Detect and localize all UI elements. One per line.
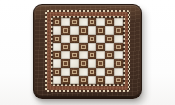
- square-a1[interactable]: [53, 76, 62, 84]
- square-g5[interactable]: [105, 43, 114, 51]
- square-b7[interactable]: [61, 26, 70, 34]
- square-a4[interactable]: [53, 51, 62, 59]
- square-a8[interactable]: [53, 18, 62, 26]
- square-h1[interactable]: [114, 76, 123, 84]
- square-d8[interactable]: [79, 18, 88, 26]
- square-e6[interactable]: [88, 35, 97, 43]
- square-f6[interactable]: [96, 35, 105, 43]
- mosaic-border-inner: [51, 16, 125, 86]
- square-d2[interactable]: [79, 68, 88, 76]
- square-b4[interactable]: [61, 51, 70, 59]
- square-b2[interactable]: [61, 68, 70, 76]
- square-f7[interactable]: [96, 26, 105, 34]
- square-f3[interactable]: [96, 59, 105, 67]
- square-e3[interactable]: [88, 59, 97, 67]
- square-e8[interactable]: [88, 18, 97, 26]
- square-a3[interactable]: [53, 59, 62, 67]
- square-c5[interactable]: [70, 43, 79, 51]
- square-h3[interactable]: [114, 59, 123, 67]
- chess-board-grid: [53, 18, 123, 84]
- square-c2[interactable]: [70, 68, 79, 76]
- chess-board: [33, 4, 142, 99]
- square-h6[interactable]: [114, 35, 123, 43]
- square-g1[interactable]: [105, 76, 114, 84]
- square-b8[interactable]: [61, 18, 70, 26]
- square-h2[interactable]: [114, 68, 123, 76]
- square-h8[interactable]: [114, 18, 123, 26]
- square-e2[interactable]: [88, 68, 97, 76]
- square-f5[interactable]: [96, 43, 105, 51]
- square-c7[interactable]: [70, 26, 79, 34]
- square-c4[interactable]: [70, 51, 79, 59]
- square-b1[interactable]: [61, 76, 70, 84]
- square-d3[interactable]: [79, 59, 88, 67]
- square-a5[interactable]: [53, 43, 62, 51]
- square-h5[interactable]: [114, 43, 123, 51]
- square-c8[interactable]: [70, 18, 79, 26]
- photo-background: [0, 0, 175, 105]
- square-b6[interactable]: [61, 35, 70, 43]
- square-f4[interactable]: [96, 51, 105, 59]
- square-e4[interactable]: [88, 51, 97, 59]
- square-e1[interactable]: [88, 76, 97, 84]
- square-d6[interactable]: [79, 35, 88, 43]
- inlay-band: [47, 12, 128, 90]
- square-g4[interactable]: [105, 51, 114, 59]
- square-g6[interactable]: [105, 35, 114, 43]
- square-e5[interactable]: [88, 43, 97, 51]
- square-b3[interactable]: [61, 59, 70, 67]
- square-g7[interactable]: [105, 26, 114, 34]
- square-d1[interactable]: [79, 76, 88, 84]
- square-f8[interactable]: [96, 18, 105, 26]
- square-c3[interactable]: [70, 59, 79, 67]
- square-g2[interactable]: [105, 68, 114, 76]
- square-b5[interactable]: [61, 43, 70, 51]
- square-a6[interactable]: [53, 35, 62, 43]
- square-d7[interactable]: [79, 26, 88, 34]
- square-a7[interactable]: [53, 26, 62, 34]
- square-h7[interactable]: [114, 26, 123, 34]
- square-a2[interactable]: [53, 68, 62, 76]
- square-e7[interactable]: [88, 26, 97, 34]
- square-g8[interactable]: [105, 18, 114, 26]
- square-c1[interactable]: [70, 76, 79, 84]
- square-f2[interactable]: [96, 68, 105, 76]
- mosaic-border-outer: [45, 10, 130, 92]
- square-d4[interactable]: [79, 51, 88, 59]
- square-c6[interactable]: [70, 35, 79, 43]
- square-d5[interactable]: [79, 43, 88, 51]
- square-f1[interactable]: [96, 76, 105, 84]
- square-g3[interactable]: [105, 59, 114, 67]
- square-h4[interactable]: [114, 51, 123, 59]
